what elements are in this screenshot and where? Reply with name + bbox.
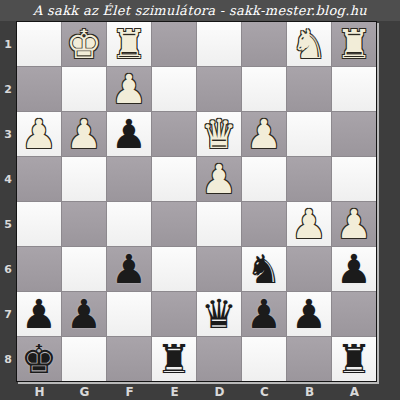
- white-queen-d3: ♛: [197, 112, 241, 156]
- white-pawn-g3: ♟: [62, 112, 106, 156]
- black-pawn-b7: ♟: [287, 292, 331, 336]
- black-pawn-h7: ♟: [17, 292, 61, 336]
- square-h8[interactable]: ♚: [17, 337, 61, 381]
- square-h4[interactable]: [17, 157, 61, 201]
- file-label-f: F: [107, 383, 152, 400]
- rank-label-8: 8: [0, 337, 16, 382]
- square-h6[interactable]: [17, 247, 61, 291]
- black-king-h8: ♚: [17, 337, 61, 381]
- square-f4[interactable]: [107, 157, 151, 201]
- square-b4[interactable]: [287, 157, 331, 201]
- square-c4[interactable]: [242, 157, 286, 201]
- square-b2[interactable]: [287, 67, 331, 111]
- black-rook-a8: ♜: [332, 337, 376, 381]
- square-f5[interactable]: [107, 202, 151, 246]
- square-g5[interactable]: [62, 202, 106, 246]
- square-a6[interactable]: ♟: [332, 247, 376, 291]
- square-f6[interactable]: ♟: [107, 247, 151, 291]
- square-g6[interactable]: [62, 247, 106, 291]
- square-c7[interactable]: ♟: [242, 292, 286, 336]
- square-g1[interactable]: ♚: [62, 22, 106, 66]
- square-h2[interactable]: [17, 67, 61, 111]
- white-rook-f1: ♜: [107, 22, 151, 66]
- square-c5[interactable]: [242, 202, 286, 246]
- square-e7[interactable]: [152, 292, 196, 336]
- page-title: A sakk az Élet szimulátora - sakk-mester…: [33, 3, 367, 18]
- black-pawn-f3: ♟: [107, 112, 151, 156]
- black-pawn-a6: ♟: [332, 247, 376, 291]
- square-g7[interactable]: ♟: [62, 292, 106, 336]
- rank-labels: 12345678: [0, 22, 16, 382]
- square-c6[interactable]: ♞: [242, 247, 286, 291]
- square-a8[interactable]: ♜: [332, 337, 376, 381]
- square-d5[interactable]: [197, 202, 241, 246]
- white-pawn-h3: ♟: [17, 112, 61, 156]
- square-h3[interactable]: ♟: [17, 112, 61, 156]
- square-c1[interactable]: [242, 22, 286, 66]
- black-knight-c6: ♞: [242, 247, 286, 291]
- white-pawn-b5: ♟: [287, 202, 331, 246]
- square-d3[interactable]: ♛: [197, 112, 241, 156]
- file-label-e: E: [152, 383, 197, 400]
- square-c8[interactable]: [242, 337, 286, 381]
- square-d7[interactable]: ♛: [197, 292, 241, 336]
- square-g3[interactable]: ♟: [62, 112, 106, 156]
- square-a5[interactable]: ♟: [332, 202, 376, 246]
- square-e2[interactable]: [152, 67, 196, 111]
- file-label-a: A: [332, 383, 377, 400]
- square-f8[interactable]: [107, 337, 151, 381]
- square-e5[interactable]: [152, 202, 196, 246]
- square-h1[interactable]: [17, 22, 61, 66]
- square-g8[interactable]: [62, 337, 106, 381]
- file-labels: HGFEDCBA: [17, 383, 378, 400]
- square-d2[interactable]: [197, 67, 241, 111]
- square-b3[interactable]: [287, 112, 331, 156]
- square-a4[interactable]: [332, 157, 376, 201]
- square-d6[interactable]: [197, 247, 241, 291]
- white-rook-a1: ♜: [332, 22, 376, 66]
- square-g4[interactable]: [62, 157, 106, 201]
- square-e6[interactable]: [152, 247, 196, 291]
- file-label-g: G: [62, 383, 107, 400]
- square-c2[interactable]: [242, 67, 286, 111]
- square-d8[interactable]: [197, 337, 241, 381]
- square-b8[interactable]: [287, 337, 331, 381]
- chess-board: ♚♜♞♜♟♟♟♟♛♟♟♟♟♟♞♟♟♟♛♟♟♚♜♜: [16, 21, 377, 382]
- square-h7[interactable]: ♟: [17, 292, 61, 336]
- square-e8[interactable]: ♜: [152, 337, 196, 381]
- square-f3[interactable]: ♟: [107, 112, 151, 156]
- square-f1[interactable]: ♜: [107, 22, 151, 66]
- white-pawn-f2: ♟: [107, 67, 151, 111]
- square-a1[interactable]: ♜: [332, 22, 376, 66]
- white-king-g1: ♚: [62, 22, 106, 66]
- rank-label-3: 3: [0, 112, 16, 157]
- rank-label-1: 1: [0, 22, 16, 67]
- file-label-c: C: [242, 383, 287, 400]
- square-b1[interactable]: ♞: [287, 22, 331, 66]
- black-pawn-c7: ♟: [242, 292, 286, 336]
- square-a7[interactable]: [332, 292, 376, 336]
- title-bar: A sakk az Élet szimulátora - sakk-mester…: [0, 0, 400, 21]
- square-b6[interactable]: [287, 247, 331, 291]
- white-pawn-d4: ♟: [197, 157, 241, 201]
- square-b5[interactable]: ♟: [287, 202, 331, 246]
- white-pawn-c3: ♟: [242, 112, 286, 156]
- square-d1[interactable]: [197, 22, 241, 66]
- black-queen-d7: ♛: [197, 292, 241, 336]
- square-h5[interactable]: [17, 202, 61, 246]
- rank-label-4: 4: [0, 157, 16, 202]
- square-c3[interactable]: ♟: [242, 112, 286, 156]
- rank-label-7: 7: [0, 292, 16, 337]
- file-label-d: D: [197, 383, 242, 400]
- square-f2[interactable]: ♟: [107, 67, 151, 111]
- black-pawn-g7: ♟: [62, 292, 106, 336]
- square-e4[interactable]: [152, 157, 196, 201]
- black-pawn-f6: ♟: [107, 247, 151, 291]
- file-label-b: B: [287, 383, 332, 400]
- square-g2[interactable]: [62, 67, 106, 111]
- file-label-h: H: [17, 383, 62, 400]
- black-rook-e8: ♜: [152, 337, 196, 381]
- rank-label-5: 5: [0, 202, 16, 247]
- rank-label-6: 6: [0, 247, 16, 292]
- square-e3[interactable]: [152, 112, 196, 156]
- square-f7[interactable]: [107, 292, 151, 336]
- white-knight-b1: ♞: [287, 22, 331, 66]
- square-d4[interactable]: ♟: [197, 157, 241, 201]
- square-e1[interactable]: [152, 22, 196, 66]
- square-a3[interactable]: [332, 112, 376, 156]
- square-b7[interactable]: ♟: [287, 292, 331, 336]
- rank-label-2: 2: [0, 67, 16, 112]
- square-a2[interactable]: [332, 67, 376, 111]
- white-pawn-a5: ♟: [332, 202, 376, 246]
